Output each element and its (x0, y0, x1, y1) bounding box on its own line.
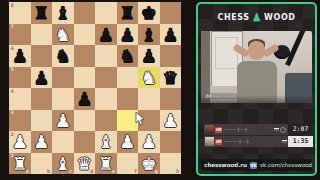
rank-label: 1 (11, 153, 14, 158)
square-f7[interactable]: ♟ (117, 24, 139, 46)
channel-logo: CHESS♟WOOD (198, 11, 315, 24)
title-badge: IM (215, 127, 222, 133)
footer-links-bar: chesswood.ru VK vk.com/chesswood (201, 159, 312, 171)
chess-board[interactable]: 8♜♝♜♚7♞♟♟♝♟6♟♞♞♟5♟♞♛4♟3♟♟2♟♟♝♟♟1a♜bc♝d♛e… (9, 2, 181, 174)
square-f6[interactable]: ♞ (117, 45, 139, 67)
site-url: chesswood.ru (204, 162, 247, 168)
square-g6[interactable]: ♟ (138, 45, 160, 67)
square-b5[interactable]: ♟ (31, 67, 53, 89)
square-c2[interactable] (52, 131, 74, 153)
square-e1[interactable]: e♜ (95, 153, 117, 175)
square-b4[interactable] (31, 88, 53, 110)
file-label: d (90, 169, 93, 174)
file-label: h (176, 169, 179, 174)
white-knight[interactable]: ♞ (55, 24, 71, 46)
square-c4[interactable] (52, 88, 74, 110)
flag-icon (274, 128, 279, 132)
player-row-bottom: IM ·········· (····) 1:35 (204, 136, 313, 147)
file-label: f (134, 169, 136, 174)
square-c6[interactable]: ♞ (52, 45, 74, 67)
square-c7[interactable]: ♞ (52, 24, 74, 46)
file-label: b (47, 169, 50, 174)
stream-frame: 8♜♝♜♚7♞♟♟♝♟6♟♞♞♟5♟♞♛4♟3♟♟2♟♟♝♟♟1a♜bc♝d♛e… (0, 0, 320, 180)
logo-text-left: CHESS (217, 13, 249, 22)
file-label: a (26, 169, 29, 174)
rank-label: 2 (11, 132, 14, 137)
square-b8[interactable]: ♜ (31, 2, 53, 24)
square-h3[interactable]: ♟ (160, 110, 182, 132)
white-pawn[interactable]: ♟ (55, 110, 71, 132)
rank-label: 6 (11, 46, 14, 51)
webcam-view: IM ······ ······· (201, 31, 312, 103)
square-e2[interactable]: ♝ (95, 131, 117, 153)
square-a2[interactable]: 2♟ (9, 131, 31, 153)
square-h5[interactable]: ♛ (160, 67, 182, 89)
black-pawn[interactable]: ♟ (98, 24, 114, 46)
square-b3[interactable] (31, 110, 53, 132)
vk-url: vk.com/chesswood (260, 162, 312, 168)
white-pawn[interactable]: ♟ (33, 131, 49, 153)
white-pawn[interactable]: ♟ (162, 110, 178, 132)
square-g5[interactable]: ♞ (138, 67, 160, 89)
square-d4[interactable]: ♟ (74, 88, 96, 110)
square-h1[interactable]: h (160, 153, 182, 175)
square-g7[interactable]: ♝ (138, 24, 160, 46)
rank-label: 7 (11, 24, 14, 29)
square-g2[interactable]: ♟ (138, 131, 160, 153)
file-label: e (112, 169, 115, 174)
square-d3[interactable] (74, 110, 96, 132)
square-h2[interactable] (160, 131, 182, 153)
player-name: ········· (····) (223, 127, 273, 132)
square-h6[interactable] (160, 45, 182, 67)
file-label: g (155, 169, 158, 174)
square-b1[interactable]: b (31, 153, 53, 175)
white-pawn[interactable]: ♟ (141, 131, 157, 153)
square-d8[interactable] (74, 2, 96, 24)
square-a5[interactable]: 5 (9, 67, 31, 89)
square-f1[interactable]: f (117, 153, 139, 175)
avatar (205, 125, 214, 134)
square-f5[interactable] (117, 67, 139, 89)
rank-label: 4 (11, 89, 14, 94)
rank-label: 5 (11, 67, 14, 72)
green-pawn-icon: ♟ (252, 11, 262, 24)
square-d1[interactable]: d♛ (74, 153, 96, 175)
door-panel (215, 37, 238, 69)
square-c5[interactable] (52, 67, 74, 89)
white-pawn[interactable]: ♟ (12, 131, 28, 153)
square-d6[interactable] (74, 45, 96, 67)
clock-top: 2:07 (288, 124, 313, 135)
square-d5[interactable] (74, 67, 96, 89)
black-pawn[interactable]: ♟ (119, 24, 135, 46)
black-pawn[interactable]: ♟ (141, 45, 157, 67)
title-badge: IM (215, 139, 222, 145)
square-e3[interactable] (95, 110, 117, 132)
rank-label: 3 (11, 110, 14, 115)
square-a8[interactable]: 8 (9, 2, 31, 24)
square-a1[interactable]: 1a♜ (9, 153, 31, 175)
overlay-panel: CHESS♟WOOD IM ······ ······· IM ········… (196, 2, 317, 176)
square-g4[interactable] (138, 88, 160, 110)
black-bishop[interactable]: ♝ (141, 24, 157, 46)
square-h7[interactable]: ♟ (160, 24, 182, 46)
black-pawn[interactable]: ♟ (33, 67, 49, 89)
clock-icon (280, 127, 286, 133)
square-d7[interactable] (74, 24, 96, 46)
vk-icon: VK (250, 162, 257, 169)
black-king[interactable]: ♚ (141, 2, 157, 24)
mouse-cursor (135, 112, 145, 126)
file-label: c (69, 169, 72, 174)
square-f4[interactable] (117, 88, 139, 110)
square-f8[interactable]: ♜ (117, 2, 139, 24)
square-h4[interactable] (160, 88, 182, 110)
webcam-watermark: IM ······ ······· (203, 93, 237, 99)
rank-label: 8 (11, 3, 14, 8)
streamer-head (248, 41, 265, 60)
square-g8[interactable]: ♚ (138, 2, 160, 24)
white-bishop[interactable]: ♝ (98, 131, 114, 153)
square-a6[interactable]: 6♟ (9, 45, 31, 67)
players-bar: IM ········· (····) 2:07 IM ·········· (… (204, 124, 313, 148)
square-e7[interactable]: ♟ (95, 24, 117, 46)
white-knight[interactable]: ♞ (141, 67, 157, 89)
square-d2[interactable] (74, 131, 96, 153)
logo-text-right: WOOD (264, 13, 295, 22)
square-c3[interactable]: ♟ (52, 110, 74, 132)
clock-bottom: 1:35 (288, 136, 313, 147)
black-pawn[interactable]: ♟ (162, 24, 178, 46)
black-rook[interactable]: ♜ (33, 2, 49, 24)
square-a7[interactable]: 7 (9, 24, 31, 46)
square-f2[interactable]: ♟ (117, 131, 139, 153)
square-a4[interactable]: 4 (9, 88, 31, 110)
black-rook[interactable]: ♜ (119, 2, 135, 24)
white-pawn[interactable]: ♟ (119, 131, 135, 153)
square-b7[interactable] (31, 24, 53, 46)
black-knight[interactable]: ♞ (55, 45, 71, 67)
flag-icon (282, 140, 287, 144)
square-h8[interactable] (160, 2, 182, 24)
square-g1[interactable]: g♚ (138, 153, 160, 175)
square-e6[interactable] (95, 45, 117, 67)
black-pawn[interactable]: ♟ (76, 88, 92, 110)
square-e4[interactable] (95, 88, 117, 110)
player-row-top: IM ········· (····) 2:07 (204, 124, 313, 135)
black-bishop[interactable]: ♝ (55, 2, 71, 24)
square-c8[interactable]: ♝ (52, 2, 74, 24)
square-b6[interactable] (31, 45, 53, 67)
avatar (205, 137, 214, 146)
square-e8[interactable] (95, 2, 117, 24)
square-e5[interactable] (95, 67, 117, 89)
square-c1[interactable]: c♝ (52, 153, 74, 175)
player-name: ·········· (····) (223, 139, 281, 144)
square-b2[interactable]: ♟ (31, 131, 53, 153)
black-knight[interactable]: ♞ (119, 45, 135, 67)
square-a3[interactable]: 3 (9, 110, 31, 132)
black-queen[interactable]: ♛ (162, 67, 178, 89)
black-pawn[interactable]: ♟ (12, 45, 28, 67)
